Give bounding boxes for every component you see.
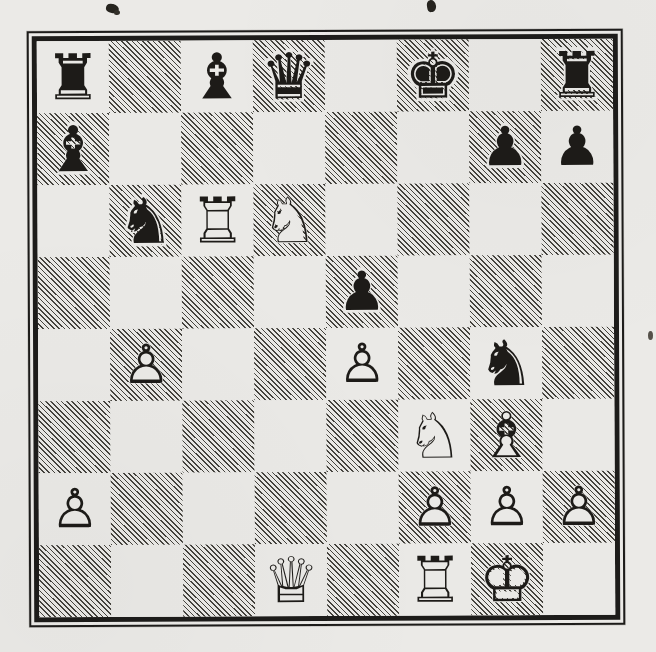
piece-glyph: ♟	[469, 111, 541, 183]
square-c7[interactable]	[181, 112, 253, 184]
black-rook-h8: ♜♜	[541, 39, 613, 111]
square-d8[interactable]: ♛♛	[253, 40, 325, 112]
square-a3[interactable]	[38, 401, 110, 473]
page: { "game": "chess", "orientation": "white…	[0, 0, 656, 652]
piece-glyph: ♟	[541, 111, 613, 183]
black-pawn-e5: ♟♟	[326, 256, 398, 328]
square-h7[interactable]: ♟♟	[541, 111, 613, 183]
square-d3[interactable]	[254, 400, 326, 472]
square-d7[interactable]	[253, 112, 325, 184]
piece-glyph: ♜	[541, 39, 613, 111]
square-d6[interactable]: ♞♘	[253, 184, 325, 256]
square-a4[interactable]	[38, 329, 110, 401]
white-rook-f1: ♜♖	[399, 543, 471, 615]
piece-glyph: ♘	[253, 184, 325, 256]
square-a7[interactable]: ♝♝	[37, 113, 109, 185]
square-f2[interactable]: ♟♙	[399, 471, 471, 543]
black-bishop-c8: ♝♝	[181, 40, 253, 112]
square-h5[interactable]	[542, 255, 614, 327]
white-king-g1: ♚♔	[471, 543, 543, 615]
piece-glyph: ♝	[181, 40, 253, 112]
square-b2[interactable]	[111, 473, 183, 545]
square-f4[interactable]	[398, 327, 470, 399]
white-bishop-g3: ♝♗	[470, 399, 542, 471]
square-e4[interactable]: ♟♙	[326, 328, 398, 400]
black-knight-g4: ♞♞	[470, 327, 542, 399]
black-queen-d8: ♛♛	[253, 40, 325, 112]
square-d5[interactable]	[254, 256, 326, 328]
square-h2[interactable]: ♟♙	[543, 471, 615, 543]
piece-glyph: ♞	[109, 185, 181, 257]
piece-glyph: ♝	[37, 113, 109, 185]
piece-glyph: ♔	[471, 543, 543, 615]
square-a1[interactable]	[39, 545, 111, 617]
ink-speck	[114, 10, 120, 15]
square-h3[interactable]	[542, 399, 614, 471]
square-e5[interactable]: ♟♟	[326, 256, 398, 328]
piece-glyph: ♛	[253, 40, 325, 112]
square-g8[interactable]	[469, 39, 541, 111]
square-g5[interactable]	[470, 255, 542, 327]
ink-speck	[648, 331, 653, 340]
square-h8[interactable]: ♜♜	[541, 39, 613, 111]
white-rook-c6: ♜♖	[181, 184, 253, 256]
square-h1[interactable]	[543, 543, 615, 615]
black-bishop-a7: ♝♝	[37, 113, 109, 185]
square-b6[interactable]: ♞♞	[109, 185, 181, 257]
square-b4[interactable]: ♟♙	[110, 329, 182, 401]
square-a8[interactable]: ♜♜	[37, 41, 109, 113]
piece-glyph: ♘	[398, 399, 470, 471]
square-g2[interactable]: ♟♙	[471, 471, 543, 543]
white-knight-d6: ♞♘	[253, 184, 325, 256]
square-a5[interactable]	[38, 257, 110, 329]
square-f3[interactable]: ♞♘	[398, 399, 470, 471]
ink-speck	[426, 0, 437, 13]
square-c4[interactable]	[182, 328, 254, 400]
square-c6[interactable]: ♜♖	[181, 184, 253, 256]
square-d1[interactable]: ♛♕	[255, 544, 327, 616]
square-f6[interactable]	[397, 183, 469, 255]
square-c1[interactable]	[183, 544, 255, 616]
piece-glyph: ♕	[255, 544, 327, 616]
square-b5[interactable]	[110, 257, 182, 329]
piece-glyph: ♗	[470, 399, 542, 471]
square-a6[interactable]	[37, 185, 109, 257]
chessboard-border: ♜♜♝♝♛♛♚♚♜♜♝♝♟♟♟♟♞♞♜♖♞♘♟♟♟♙♟♙♞♞♞♘♝♗♟♙♟♙♟♙…	[32, 34, 621, 623]
black-rook-a8: ♜♜	[37, 41, 109, 113]
white-queen-d1: ♛♕	[255, 544, 327, 616]
black-king-f8: ♚♚	[397, 39, 469, 111]
white-pawn-h2: ♟♙	[543, 471, 615, 543]
black-knight-b6: ♞♞	[109, 185, 181, 257]
white-pawn-f2: ♟♙	[399, 471, 471, 543]
white-pawn-e4: ♟♙	[326, 328, 398, 400]
square-a2[interactable]: ♟♙	[39, 473, 111, 545]
square-e3[interactable]	[326, 400, 398, 472]
square-b8[interactable]	[109, 41, 181, 113]
square-c2[interactable]	[183, 472, 255, 544]
white-pawn-b4: ♟♙	[110, 329, 182, 401]
piece-glyph: ♙	[110, 329, 182, 401]
piece-glyph: ♙	[399, 471, 471, 543]
piece-glyph: ♚	[397, 39, 469, 111]
square-b3[interactable]	[110, 401, 182, 473]
chessboard-grid: ♜♜♝♝♛♛♚♚♜♜♝♝♟♟♟♟♞♞♜♖♞♘♟♟♟♙♟♙♞♞♞♘♝♗♟♙♟♙♟♙…	[37, 39, 616, 618]
square-g3[interactable]: ♝♗	[470, 399, 542, 471]
square-e7[interactable]	[325, 112, 397, 184]
square-e2[interactable]	[327, 472, 399, 544]
square-f7[interactable]	[397, 111, 469, 183]
square-c3[interactable]	[182, 400, 254, 472]
square-f1[interactable]: ♜♖	[399, 543, 471, 615]
square-g4[interactable]: ♞♞	[470, 327, 542, 399]
square-f8[interactable]: ♚♚	[397, 39, 469, 111]
square-b7[interactable]	[109, 113, 181, 185]
square-e8[interactable]	[325, 40, 397, 112]
square-g7[interactable]: ♟♟	[469, 111, 541, 183]
white-pawn-g2: ♟♙	[471, 471, 543, 543]
piece-glyph: ♖	[181, 184, 253, 256]
black-pawn-h7: ♟♟	[541, 111, 613, 183]
square-d2[interactable]	[255, 472, 327, 544]
piece-glyph: ♜	[37, 41, 109, 113]
square-e6[interactable]	[325, 184, 397, 256]
square-b1[interactable]	[111, 545, 183, 617]
square-h4[interactable]	[542, 327, 614, 399]
square-g1[interactable]: ♚♔	[471, 543, 543, 615]
piece-glyph: ♙	[326, 328, 398, 400]
piece-glyph: ♞	[470, 327, 542, 399]
piece-glyph: ♙	[471, 471, 543, 543]
square-f5[interactable]	[398, 255, 470, 327]
chessboard: ♜♜♝♝♛♛♚♚♜♜♝♝♟♟♟♟♞♞♜♖♞♘♟♟♟♙♟♙♞♞♞♘♝♗♟♙♟♙♟♙…	[27, 29, 626, 628]
square-c8[interactable]: ♝♝	[181, 40, 253, 112]
white-pawn-a2: ♟♙	[39, 473, 111, 545]
square-g6[interactable]	[469, 183, 541, 255]
piece-glyph: ♖	[399, 543, 471, 615]
square-c5[interactable]	[182, 256, 254, 328]
piece-glyph: ♙	[39, 473, 111, 545]
piece-glyph: ♙	[543, 471, 615, 543]
square-h6[interactable]	[541, 183, 613, 255]
black-pawn-g7: ♟♟	[469, 111, 541, 183]
piece-glyph: ♟	[326, 256, 398, 328]
square-d4[interactable]	[254, 328, 326, 400]
white-knight-f3: ♞♘	[398, 399, 470, 471]
square-e1[interactable]	[327, 544, 399, 616]
